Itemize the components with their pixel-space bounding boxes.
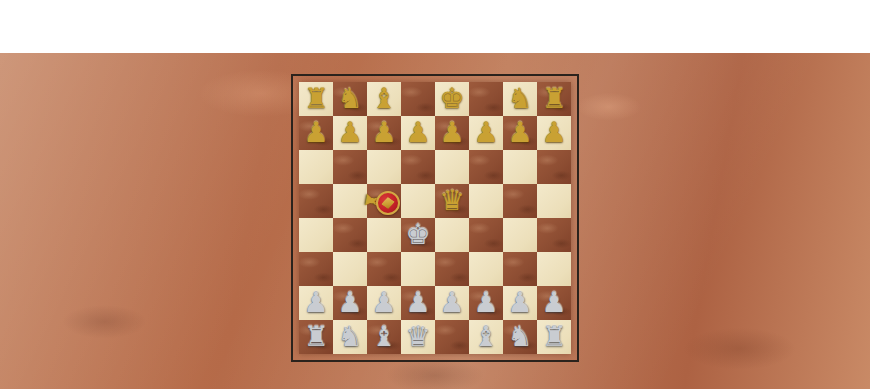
square-b2[interactable]: ♟ [333, 286, 367, 320]
piece-silver-rook[interactable]: ♜ [537, 320, 571, 354]
fallen-gold-bishop[interactable]: ♝ [367, 184, 401, 218]
square-h2[interactable]: ♟ [537, 286, 571, 320]
square-h8[interactable]: ♜ [537, 82, 571, 116]
square-g8[interactable]: ♞ [503, 82, 537, 116]
piece-silver-rook[interactable]: ♜ [299, 320, 333, 354]
square-b8[interactable]: ♞ [333, 82, 367, 116]
piece-gold-pawn[interactable]: ♟ [299, 116, 333, 150]
square-d3[interactable] [401, 252, 435, 286]
square-a2[interactable]: ♟ [299, 286, 333, 320]
piece-gold-rook[interactable]: ♜ [537, 82, 571, 116]
square-e7[interactable]: ♟ [435, 116, 469, 150]
square-a4[interactable] [299, 218, 333, 252]
square-h6[interactable] [537, 150, 571, 184]
square-g5[interactable] [503, 184, 537, 218]
piece-silver-queen[interactable]: ♛ [401, 320, 435, 354]
piece-gold-rook[interactable]: ♜ [299, 82, 333, 116]
square-h3[interactable] [537, 252, 571, 286]
piece-gold-knight[interactable]: ♞ [333, 82, 367, 116]
square-e3[interactable] [435, 252, 469, 286]
piece-silver-pawn[interactable]: ♟ [537, 286, 571, 320]
square-g3[interactable] [503, 252, 537, 286]
piece-gold-pawn[interactable]: ♟ [401, 116, 435, 150]
square-e5[interactable]: ♛ [435, 184, 469, 218]
square-c1[interactable]: ♝ [367, 320, 401, 354]
square-a8[interactable]: ♜ [299, 82, 333, 116]
square-f5[interactable] [469, 184, 503, 218]
square-b6[interactable] [333, 150, 367, 184]
piece-gold-knight[interactable]: ♞ [503, 82, 537, 116]
burl-wood-board-margin: ♜♞♝♚♞♜♟♟♟♟♟♟♟♟♝♛♚♟♟♟♟♟♟♟♟♜♞♝♛♝♞♜ [0, 53, 870, 389]
piece-gold-pawn[interactable]: ♟ [503, 116, 537, 150]
square-g6[interactable] [503, 150, 537, 184]
piece-silver-pawn[interactable]: ♟ [401, 286, 435, 320]
square-f2[interactable]: ♟ [469, 286, 503, 320]
square-f3[interactable] [469, 252, 503, 286]
piece-silver-knight[interactable]: ♞ [503, 320, 537, 354]
square-e4[interactable] [435, 218, 469, 252]
square-h1[interactable]: ♜ [537, 320, 571, 354]
square-f7[interactable]: ♟ [469, 116, 503, 150]
piece-gold-pawn[interactable]: ♟ [333, 116, 367, 150]
square-d8[interactable] [401, 82, 435, 116]
photo-background: ♜♞♝♚♞♜♟♟♟♟♟♟♟♟♝♛♚♟♟♟♟♟♟♟♟♜♞♝♛♝♞♜ [0, 0, 870, 389]
square-a7[interactable]: ♟ [299, 116, 333, 150]
chess-board[interactable]: ♜♞♝♚♞♜♟♟♟♟♟♟♟♟♝♛♚♟♟♟♟♟♟♟♟♜♞♝♛♝♞♜ [299, 82, 571, 354]
piece-gold-king[interactable]: ♚ [435, 82, 469, 116]
piece-silver-pawn[interactable]: ♟ [435, 286, 469, 320]
piece-silver-bishop[interactable]: ♝ [367, 320, 401, 354]
piece-silver-pawn[interactable]: ♟ [469, 286, 503, 320]
piece-gold-pawn[interactable]: ♟ [435, 116, 469, 150]
pinstripe-frame: ♜♞♝♚♞♜♟♟♟♟♟♟♟♟♝♛♚♟♟♟♟♟♟♟♟♜♞♝♛♝♞♜ [291, 74, 579, 362]
square-e6[interactable] [435, 150, 469, 184]
piece-silver-knight[interactable]: ♞ [333, 320, 367, 354]
square-e8[interactable]: ♚ [435, 82, 469, 116]
square-c8[interactable]: ♝ [367, 82, 401, 116]
square-c6[interactable] [367, 150, 401, 184]
piece-silver-pawn[interactable]: ♟ [503, 286, 537, 320]
square-h5[interactable] [537, 184, 571, 218]
maker-medallion-icon [381, 196, 395, 210]
square-g2[interactable]: ♟ [503, 286, 537, 320]
piece-silver-pawn[interactable]: ♟ [333, 286, 367, 320]
square-f6[interactable] [469, 150, 503, 184]
square-c7[interactable]: ♟ [367, 116, 401, 150]
square-d7[interactable]: ♟ [401, 116, 435, 150]
piece-gold-pawn[interactable]: ♟ [537, 116, 571, 150]
square-d4[interactable]: ♚ [401, 218, 435, 252]
piece-silver-pawn[interactable]: ♟ [299, 286, 333, 320]
square-g1[interactable]: ♞ [503, 320, 537, 354]
square-e2[interactable]: ♟ [435, 286, 469, 320]
square-c2[interactable]: ♟ [367, 286, 401, 320]
piece-gold-queen[interactable]: ♛ [435, 184, 469, 218]
square-h7[interactable]: ♟ [537, 116, 571, 150]
square-a1[interactable]: ♜ [299, 320, 333, 354]
piece-silver-bishop[interactable]: ♝ [469, 320, 503, 354]
square-e1[interactable] [435, 320, 469, 354]
piece-gold-bishop[interactable]: ♝ [367, 82, 401, 116]
square-a3[interactable] [299, 252, 333, 286]
piece-silver-pawn[interactable]: ♟ [367, 286, 401, 320]
square-c3[interactable] [367, 252, 401, 286]
red-felt-base [376, 191, 400, 215]
square-g7[interactable]: ♟ [503, 116, 537, 150]
square-f8[interactable] [469, 82, 503, 116]
square-d1[interactable]: ♛ [401, 320, 435, 354]
piece-gold-pawn[interactable]: ♟ [367, 116, 401, 150]
square-c4[interactable] [367, 218, 401, 252]
square-a6[interactable] [299, 150, 333, 184]
square-d5[interactable] [401, 184, 435, 218]
square-b4[interactable] [333, 218, 367, 252]
square-f4[interactable] [469, 218, 503, 252]
square-g4[interactable] [503, 218, 537, 252]
square-h4[interactable] [537, 218, 571, 252]
square-d6[interactable] [401, 150, 435, 184]
square-b7[interactable]: ♟ [333, 116, 367, 150]
square-a5[interactable] [299, 184, 333, 218]
square-f1[interactable]: ♝ [469, 320, 503, 354]
piece-silver-king[interactable]: ♚ [401, 218, 435, 252]
square-b3[interactable] [333, 252, 367, 286]
piece-gold-pawn[interactable]: ♟ [469, 116, 503, 150]
square-d2[interactable]: ♟ [401, 286, 435, 320]
square-b1[interactable]: ♞ [333, 320, 367, 354]
square-c5[interactable]: ♝ [367, 184, 401, 218]
